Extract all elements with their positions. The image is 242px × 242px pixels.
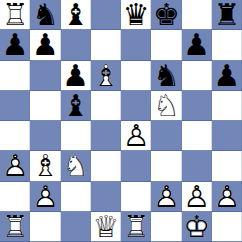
square-e5[interactable]	[121, 91, 151, 121]
square-f1[interactable]	[151, 212, 181, 242]
square-c7[interactable]	[61, 30, 91, 60]
square-b4[interactable]	[30, 121, 60, 151]
piece-black-rook[interactable]: ♜	[213, 0, 240, 30]
square-d4[interactable]	[91, 121, 121, 151]
square-g1[interactable]: ♚♔	[182, 212, 212, 242]
piece-white-king[interactable]: ♚♔	[183, 212, 210, 242]
square-c3[interactable]: ♞♘	[61, 151, 91, 181]
square-f8[interactable]: ♚	[151, 0, 181, 30]
square-h7[interactable]	[212, 30, 242, 60]
square-f6[interactable]: ♞	[151, 61, 181, 91]
square-g8[interactable]	[182, 0, 212, 30]
square-b8[interactable]: ♞	[30, 0, 60, 30]
square-c5[interactable]: ♝	[61, 91, 91, 121]
piece-white-pawn[interactable]: ♟♙	[183, 182, 210, 212]
piece-white-pawn[interactable]: ♟♙	[153, 182, 180, 212]
square-h3[interactable]	[212, 151, 242, 181]
piece-black-pawn[interactable]: ♟	[32, 30, 59, 60]
square-c1[interactable]	[61, 212, 91, 242]
square-g3[interactable]	[182, 151, 212, 181]
square-e8[interactable]: ♛	[121, 0, 151, 30]
square-e2[interactable]	[121, 182, 151, 212]
piece-outline-glyph: ♗	[92, 61, 119, 91]
piece-outline-glyph: ♙	[153, 182, 180, 212]
square-d8[interactable]	[91, 0, 121, 30]
square-f5[interactable]: ♞♘	[151, 91, 181, 121]
piece-black-pawn[interactable]: ♟	[183, 30, 210, 60]
piece-black-queen[interactable]: ♛	[123, 0, 150, 30]
piece-white-pawn[interactable]: ♟♙	[2, 151, 29, 181]
piece-black-bishop[interactable]: ♝	[62, 0, 89, 30]
piece-white-queen[interactable]: ♛♕	[92, 212, 119, 242]
square-g7[interactable]: ♟	[182, 30, 212, 60]
piece-black-king[interactable]: ♚	[153, 0, 180, 30]
square-e3[interactable]	[121, 151, 151, 181]
piece-glyph: ♟	[183, 30, 210, 60]
square-g5[interactable]	[182, 91, 212, 121]
piece-outline-glyph: ♙	[213, 182, 240, 212]
square-h6[interactable]: ♟	[212, 61, 242, 91]
square-f7[interactable]	[151, 30, 181, 60]
square-g4[interactable]	[182, 121, 212, 151]
piece-black-knight[interactable]: ♞	[153, 61, 180, 91]
square-a1[interactable]: ♜♖	[0, 212, 30, 242]
chess-board: ♜♖♞♝♛♚♜♟♟♟♟♝♗♞♟♝♞♘♟♙♟♙♝♗♞♘♟♙♟♙♟♙♟♙♜♖♛♕♜♖…	[0, 0, 242, 242]
piece-glyph: ♟	[213, 61, 240, 91]
square-a2[interactable]	[0, 182, 30, 212]
piece-outline-glyph: ♖	[2, 212, 29, 242]
piece-glyph: ♜	[213, 0, 240, 30]
piece-white-bishop[interactable]: ♝♗	[32, 151, 59, 181]
piece-white-pawn[interactable]: ♟♙	[213, 182, 240, 212]
square-b3[interactable]: ♝♗	[30, 151, 60, 181]
square-d5[interactable]	[91, 91, 121, 121]
square-e7[interactable]	[121, 30, 151, 60]
square-a7[interactable]: ♟	[0, 30, 30, 60]
square-b2[interactable]: ♟♙	[30, 182, 60, 212]
piece-glyph: ♟	[32, 30, 59, 60]
square-c2[interactable]	[61, 182, 91, 212]
piece-white-rook[interactable]: ♜♖	[123, 212, 150, 242]
square-e4[interactable]: ♟♙	[121, 121, 151, 151]
square-f3[interactable]	[151, 151, 181, 181]
square-a3[interactable]: ♟♙	[0, 151, 30, 181]
square-c4[interactable]	[61, 121, 91, 151]
square-d1[interactable]: ♛♕	[91, 212, 121, 242]
piece-white-knight[interactable]: ♞♘	[62, 151, 89, 181]
piece-outline-glyph: ♔	[183, 212, 210, 242]
square-a8[interactable]: ♜♖	[0, 0, 30, 30]
piece-white-pawn[interactable]: ♟♙	[123, 121, 150, 151]
piece-black-bishop[interactable]: ♝	[62, 91, 89, 121]
square-d2[interactable]	[91, 182, 121, 212]
square-g6[interactable]	[182, 61, 212, 91]
piece-black-pawn[interactable]: ♟	[2, 30, 29, 60]
square-h8[interactable]: ♜	[212, 0, 242, 30]
square-f2[interactable]: ♟♙	[151, 182, 181, 212]
piece-outline-glyph: ♕	[92, 212, 119, 242]
square-b7[interactable]: ♟	[30, 30, 60, 60]
piece-black-pawn[interactable]: ♟	[213, 61, 240, 91]
square-b6[interactable]	[30, 61, 60, 91]
piece-white-bishop[interactable]: ♝♗	[92, 61, 119, 91]
square-c8[interactable]: ♝	[61, 0, 91, 30]
piece-outline-glyph: ♖	[123, 212, 150, 242]
piece-outline-glyph: ♙	[32, 182, 59, 212]
square-d6[interactable]: ♝♗	[91, 61, 121, 91]
square-h4[interactable]	[212, 121, 242, 151]
piece-glyph: ♝	[62, 0, 89, 30]
piece-glyph: ♝	[62, 91, 89, 121]
piece-glyph: ♞	[32, 0, 59, 30]
square-d3[interactable]	[91, 151, 121, 181]
square-h2[interactable]: ♟♙	[212, 182, 242, 212]
piece-outline-glyph: ♙	[183, 182, 210, 212]
square-h1[interactable]	[212, 212, 242, 242]
piece-glyph: ♟	[62, 61, 89, 91]
piece-outline-glyph: ♖	[2, 0, 29, 30]
piece-outline-glyph: ♘	[62, 151, 89, 181]
square-f4[interactable]	[151, 121, 181, 151]
square-g2[interactable]: ♟♙	[182, 182, 212, 212]
piece-white-rook[interactable]: ♜♖	[2, 212, 29, 242]
piece-white-rook[interactable]: ♜♖	[2, 0, 29, 30]
piece-glyph: ♛	[123, 0, 150, 30]
square-e1[interactable]: ♜♖	[121, 212, 151, 242]
square-e6[interactable]	[121, 61, 151, 91]
piece-glyph: ♟	[2, 30, 29, 60]
square-a4[interactable]	[0, 121, 30, 151]
piece-white-pawn[interactable]: ♟♙	[32, 182, 59, 212]
piece-outline-glyph: ♗	[32, 151, 59, 181]
square-d7[interactable]	[91, 30, 121, 60]
piece-outline-glyph: ♘	[153, 91, 180, 121]
square-a6[interactable]	[0, 61, 30, 91]
piece-outline-glyph: ♙	[123, 121, 150, 151]
square-b1[interactable]	[30, 212, 60, 242]
square-b5[interactable]	[30, 91, 60, 121]
piece-white-knight[interactable]: ♞♘	[153, 91, 180, 121]
square-c6[interactable]: ♟	[61, 61, 91, 91]
square-h5[interactable]	[212, 91, 242, 121]
piece-black-knight[interactable]: ♞	[32, 0, 59, 30]
piece-glyph: ♞	[153, 61, 180, 91]
square-a5[interactable]	[0, 91, 30, 121]
piece-black-pawn[interactable]: ♟	[62, 61, 89, 91]
piece-glyph: ♚	[153, 0, 180, 30]
piece-outline-glyph: ♙	[2, 151, 29, 181]
